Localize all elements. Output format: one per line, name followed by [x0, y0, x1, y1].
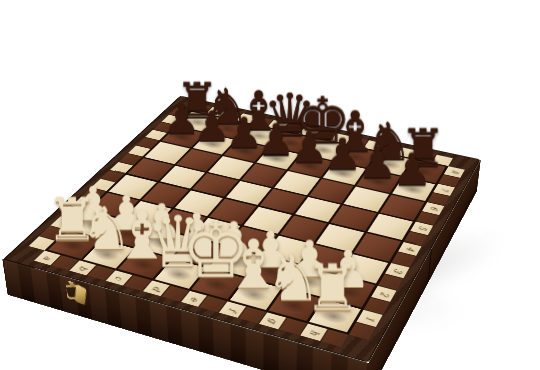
file-label-h-label: h	[308, 329, 321, 336]
chess-board: abcdefgh 87654321 ♜♞♝♛♚♝♞♜♟♟♟♟♟♟♟♟♟♟♟♟♟♟…	[3, 96, 480, 363]
scene: abcdefgh 87654321 ♜♞♝♛♚♝♞♜♟♟♟♟♟♟♟♟♟♟♟♟♟♟…	[0, 0, 540, 370]
file-label-f-label: f	[227, 307, 239, 312]
piece-white-rook-h1[interactable]: ♜	[305, 256, 362, 320]
border-tile	[87, 265, 114, 280]
photo-stage: { "game": "chess", "position": { "fen": …	[0, 0, 540, 370]
fold-seam-side-notch	[427, 247, 432, 284]
rank-label-3-label: 3	[391, 268, 403, 274]
rank-label-8-label: 8	[449, 170, 460, 175]
rank-label-1-label: 1	[363, 315, 376, 322]
rank-label-4-label: 4	[404, 246, 416, 252]
clasp-pin-icon	[67, 278, 76, 288]
clasp-latch[interactable]	[66, 280, 93, 312]
clasp-plate-icon	[75, 285, 87, 306]
rank-label-5-label: 5	[416, 225, 427, 230]
file-label-a-label: a	[41, 255, 53, 261]
file-label-e-label: e	[188, 296, 201, 302]
file-label-h: h	[300, 323, 327, 341]
file-label-b-label: b	[77, 265, 89, 271]
rank-label-2-label: 2	[378, 291, 390, 297]
rank-label-6-label: 6	[428, 206, 439, 211]
piece-black-pawn-f7[interactable]: ♟	[323, 133, 362, 177]
piece-black-pawn-h7[interactable]: ♟	[392, 147, 432, 192]
file-label-g-label: g	[266, 317, 279, 324]
square-h7[interactable]: ♟	[392, 177, 436, 201]
board-top-face: abcdefgh 87654321 ♜♞♝♛♚♝♞♜♟♟♟♟♟♟♟♟♟♟♟♟♟♟…	[3, 96, 480, 363]
file-label-d-label: d	[150, 285, 163, 291]
file-label-c-label: c	[113, 275, 125, 281]
clasp-hook-icon	[62, 285, 87, 299]
rank-label-7-label: 7	[439, 187, 450, 192]
